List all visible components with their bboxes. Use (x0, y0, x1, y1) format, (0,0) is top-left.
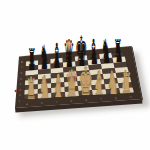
piece-white-bishop-f1: ♝ (93, 64, 105, 102)
piece-white-knight-b1: ♞ (39, 69, 50, 106)
piece-white-knight-g1: ♞ (107, 65, 118, 102)
piece-white-rook-a1: ♜ (26, 73, 36, 106)
rank-label-7: 7 (21, 65, 23, 69)
rank-label-4: 4 (20, 82, 22, 86)
piece-white-king-e1: ♚ (78, 59, 92, 105)
chessboard-product-photo: Standard chess starting position on a wo… (0, 0, 150, 150)
rank-label-3: 3 (19, 88, 21, 92)
chess-board: abcdefgh12345678♜♞♝♛♚♝♞♜♟♟♟♟♟♟♟♟♟♟♟♟♟♟♟♟… (0, 0, 150, 150)
piece-black-pawn-h7: ♟ (115, 42, 123, 67)
piece-white-rook-h1: ♜ (121, 66, 131, 99)
piece-white-bishop-c1: ♝ (53, 67, 65, 105)
dgt-logo-dot (15, 90, 17, 92)
rank-label-8: 8 (21, 60, 23, 64)
rank-label-1: 1 (19, 99, 21, 103)
piece-white-queen-d1: ♛ (65, 62, 78, 105)
rank-label-5: 5 (20, 77, 22, 81)
rank-label-6: 6 (20, 71, 22, 75)
rank-label-2: 2 (19, 93, 21, 97)
